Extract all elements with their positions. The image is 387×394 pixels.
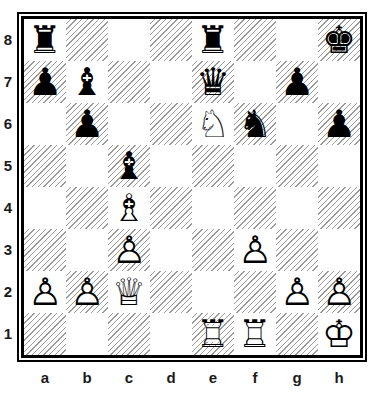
white-rook-piece: ♜♖ bbox=[234, 313, 276, 355]
white-pawn-outline: ♙ bbox=[24, 271, 66, 313]
black-pawn-glyph: ♟ bbox=[24, 61, 66, 103]
square-d5[interactable] bbox=[150, 145, 192, 187]
rank-label-4: 4 bbox=[0, 187, 16, 229]
white-king-outline: ♔ bbox=[318, 313, 360, 355]
file-label-b: b bbox=[66, 366, 108, 390]
square-e2[interactable] bbox=[192, 271, 234, 313]
square-a3[interactable] bbox=[24, 229, 66, 271]
white-queen-piece: ♛♕ bbox=[108, 271, 150, 313]
rank-label-1: 1 bbox=[0, 313, 16, 355]
square-f4[interactable] bbox=[234, 187, 276, 229]
white-pawn-body: ♟ bbox=[318, 271, 360, 313]
black-pawn-piece: ♟ bbox=[318, 103, 360, 145]
square-g4[interactable] bbox=[276, 187, 318, 229]
square-h4[interactable] bbox=[318, 187, 360, 229]
white-rook-body: ♜ bbox=[234, 313, 276, 355]
black-king-piece: ♚ bbox=[318, 19, 360, 61]
board-inner-border: ♜♜♚♟♝♛♟♟♞♘♞♟♝♝♗♟♙♟♙♟♙♟♙♛♕♟♙♟♙♜♖♜♖♚♔ bbox=[21, 16, 363, 358]
black-queen-piece: ♛ bbox=[192, 61, 234, 103]
square-h2[interactable]: ♟♙ bbox=[318, 271, 360, 313]
square-d6[interactable] bbox=[150, 103, 192, 145]
white-knight-body: ♞ bbox=[192, 103, 234, 145]
square-f3[interactable]: ♟♙ bbox=[234, 229, 276, 271]
square-e6[interactable]: ♞♘ bbox=[192, 103, 234, 145]
square-c7[interactable] bbox=[108, 61, 150, 103]
black-rook-glyph: ♜ bbox=[24, 19, 66, 61]
white-pawn-outline: ♙ bbox=[318, 271, 360, 313]
square-c5[interactable]: ♝ bbox=[108, 145, 150, 187]
black-pawn-piece: ♟ bbox=[66, 103, 108, 145]
file-label-c: c bbox=[108, 366, 150, 390]
square-h7[interactable] bbox=[318, 61, 360, 103]
square-c3[interactable]: ♟♙ bbox=[108, 229, 150, 271]
square-b3[interactable] bbox=[66, 229, 108, 271]
square-f8[interactable] bbox=[234, 19, 276, 61]
square-c6[interactable] bbox=[108, 103, 150, 145]
black-pawn-glyph: ♟ bbox=[276, 61, 318, 103]
square-d2[interactable] bbox=[150, 271, 192, 313]
square-f7[interactable] bbox=[234, 61, 276, 103]
white-bishop-body: ♝ bbox=[108, 187, 150, 229]
square-e4[interactable] bbox=[192, 187, 234, 229]
white-rook-outline: ♖ bbox=[192, 313, 234, 355]
square-h1[interactable]: ♚♔ bbox=[318, 313, 360, 355]
white-rook-body: ♜ bbox=[192, 313, 234, 355]
square-b1[interactable] bbox=[66, 313, 108, 355]
white-pawn-body: ♟ bbox=[108, 229, 150, 271]
square-g6[interactable] bbox=[276, 103, 318, 145]
square-b6[interactable]: ♟ bbox=[66, 103, 108, 145]
file-label-e: e bbox=[192, 366, 234, 390]
square-e5[interactable] bbox=[192, 145, 234, 187]
file-label-g: g bbox=[276, 366, 318, 390]
square-g3[interactable] bbox=[276, 229, 318, 271]
square-e8[interactable]: ♜ bbox=[192, 19, 234, 61]
square-d7[interactable] bbox=[150, 61, 192, 103]
square-f1[interactable]: ♜♖ bbox=[234, 313, 276, 355]
square-h3[interactable] bbox=[318, 229, 360, 271]
white-king-piece: ♚♔ bbox=[318, 313, 360, 355]
white-bishop-piece: ♝♗ bbox=[108, 187, 150, 229]
black-pawn-glyph: ♟ bbox=[66, 103, 108, 145]
square-c2[interactable]: ♛♕ bbox=[108, 271, 150, 313]
square-c8[interactable] bbox=[108, 19, 150, 61]
white-queen-outline: ♕ bbox=[108, 271, 150, 313]
square-a4[interactable] bbox=[24, 187, 66, 229]
white-rook-piece: ♜♖ bbox=[192, 313, 234, 355]
square-g2[interactable]: ♟♙ bbox=[276, 271, 318, 313]
white-pawn-outline: ♙ bbox=[108, 229, 150, 271]
square-d8[interactable] bbox=[150, 19, 192, 61]
black-bishop-piece: ♝ bbox=[66, 61, 108, 103]
square-d3[interactable] bbox=[150, 229, 192, 271]
square-b8[interactable] bbox=[66, 19, 108, 61]
white-pawn-body: ♟ bbox=[276, 271, 318, 313]
square-a1[interactable] bbox=[24, 313, 66, 355]
black-knight-glyph: ♞ bbox=[234, 103, 276, 145]
black-king-glyph: ♚ bbox=[318, 19, 360, 61]
square-c4[interactable]: ♝♗ bbox=[108, 187, 150, 229]
square-g5[interactable] bbox=[276, 145, 318, 187]
square-g1[interactable] bbox=[276, 313, 318, 355]
white-rook-outline: ♖ bbox=[234, 313, 276, 355]
white-pawn-piece: ♟♙ bbox=[66, 271, 108, 313]
square-d1[interactable] bbox=[150, 313, 192, 355]
square-e1[interactable]: ♜♖ bbox=[192, 313, 234, 355]
rank-label-8: 8 bbox=[0, 19, 16, 61]
rank-label-3: 3 bbox=[0, 229, 16, 271]
white-pawn-piece: ♟♙ bbox=[108, 229, 150, 271]
black-queen-glyph: ♛ bbox=[192, 61, 234, 103]
rank-label-7: 7 bbox=[0, 61, 16, 103]
rank-label-6: 6 bbox=[0, 103, 16, 145]
white-pawn-body: ♟ bbox=[24, 271, 66, 313]
square-a8[interactable]: ♜ bbox=[24, 19, 66, 61]
square-a7[interactable]: ♟ bbox=[24, 61, 66, 103]
black-rook-piece: ♜ bbox=[192, 19, 234, 61]
white-king-body: ♚ bbox=[318, 313, 360, 355]
square-c1[interactable] bbox=[108, 313, 150, 355]
board-frame: ♜♜♚♟♝♛♟♟♞♘♞♟♝♝♗♟♙♟♙♟♙♟♙♛♕♟♙♟♙♜♖♜♖♚♔ bbox=[17, 12, 367, 362]
white-pawn-piece: ♟♙ bbox=[276, 271, 318, 313]
square-b4[interactable] bbox=[66, 187, 108, 229]
black-pawn-glyph: ♟ bbox=[318, 103, 360, 145]
chess-diagram: 87654321 ♜♜♚♟♝♛♟♟♞♘♞♟♝♝♗♟♙♟♙♟♙♟♙♛♕♟♙♟♙♜♖… bbox=[0, 0, 387, 394]
square-g8[interactable] bbox=[276, 19, 318, 61]
black-rook-glyph: ♜ bbox=[192, 19, 234, 61]
square-g7[interactable]: ♟ bbox=[276, 61, 318, 103]
white-knight-outline: ♘ bbox=[192, 103, 234, 145]
white-pawn-piece: ♟♙ bbox=[234, 229, 276, 271]
black-bishop-glyph: ♝ bbox=[108, 145, 150, 187]
square-b5[interactable] bbox=[66, 145, 108, 187]
square-b7[interactable]: ♝ bbox=[66, 61, 108, 103]
white-pawn-body: ♟ bbox=[234, 229, 276, 271]
rank-label-5: 5 bbox=[0, 145, 16, 187]
white-queen-body: ♛ bbox=[108, 271, 150, 313]
square-h8[interactable]: ♚ bbox=[318, 19, 360, 61]
black-pawn-piece: ♟ bbox=[24, 61, 66, 103]
white-pawn-outline: ♙ bbox=[234, 229, 276, 271]
square-b2[interactable]: ♟♙ bbox=[66, 271, 108, 313]
square-a6[interactable] bbox=[24, 103, 66, 145]
black-bishop-piece: ♝ bbox=[108, 145, 150, 187]
square-h6[interactable]: ♟ bbox=[318, 103, 360, 145]
square-d4[interactable] bbox=[150, 187, 192, 229]
square-f5[interactable] bbox=[234, 145, 276, 187]
square-a2[interactable]: ♟♙ bbox=[24, 271, 66, 313]
square-a5[interactable] bbox=[24, 145, 66, 187]
white-knight-piece: ♞♘ bbox=[192, 103, 234, 145]
black-knight-piece: ♞ bbox=[234, 103, 276, 145]
rank-label-2: 2 bbox=[0, 271, 16, 313]
square-f6[interactable]: ♞ bbox=[234, 103, 276, 145]
file-labels: abcdefgh bbox=[24, 366, 360, 390]
white-pawn-outline: ♙ bbox=[66, 271, 108, 313]
white-pawn-outline: ♙ bbox=[276, 271, 318, 313]
chess-board: ♜♜♚♟♝♛♟♟♞♘♞♟♝♝♗♟♙♟♙♟♙♟♙♛♕♟♙♟♙♜♖♜♖♚♔ bbox=[24, 19, 360, 355]
file-label-a: a bbox=[24, 366, 66, 390]
square-e3[interactable] bbox=[192, 229, 234, 271]
file-label-f: f bbox=[234, 366, 276, 390]
square-f2[interactable] bbox=[234, 271, 276, 313]
white-pawn-piece: ♟♙ bbox=[318, 271, 360, 313]
white-bishop-outline: ♗ bbox=[108, 187, 150, 229]
white-pawn-body: ♟ bbox=[66, 271, 108, 313]
square-e7[interactable]: ♛ bbox=[192, 61, 234, 103]
square-h5[interactable] bbox=[318, 145, 360, 187]
rank-labels: 87654321 bbox=[0, 19, 16, 355]
file-label-h: h bbox=[318, 366, 360, 390]
black-pawn-piece: ♟ bbox=[276, 61, 318, 103]
file-label-d: d bbox=[150, 366, 192, 390]
black-rook-piece: ♜ bbox=[24, 19, 66, 61]
black-bishop-glyph: ♝ bbox=[66, 61, 108, 103]
white-pawn-piece: ♟♙ bbox=[24, 271, 66, 313]
